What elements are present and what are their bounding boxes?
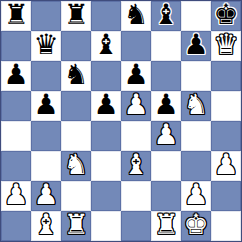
piece-black-pawn[interactable]: ♟: [183, 31, 208, 59]
piece-white-rook[interactable]: ♜: [153, 211, 178, 239]
square-e3[interactable]: ♝: [121, 151, 151, 181]
square-f6[interactable]: [151, 61, 181, 91]
piece-black-knight[interactable]: ♞: [63, 61, 88, 89]
piece-white-pawn[interactable]: ♟: [123, 91, 148, 119]
square-c3[interactable]: ♞: [61, 151, 91, 181]
square-h4[interactable]: [211, 121, 241, 151]
piece-black-pawn[interactable]: ♟: [3, 61, 28, 89]
square-g4[interactable]: [181, 121, 211, 151]
square-b4[interactable]: [31, 121, 61, 151]
chess-board: ♜♜♞♝♚♛♝♟♛♟♞♟♟♟♟♟♞♟♞♝♟♟♟♟♝♜♜♚: [0, 0, 242, 242]
piece-black-pawn[interactable]: ♟: [153, 91, 178, 119]
piece-white-bishop[interactable]: ♝: [33, 211, 58, 239]
square-g2[interactable]: ♟: [181, 181, 211, 211]
square-a1[interactable]: [1, 211, 31, 241]
square-g5[interactable]: ♞: [181, 91, 211, 121]
square-a2[interactable]: ♟: [1, 181, 31, 211]
square-b6[interactable]: [31, 61, 61, 91]
piece-black-pawn[interactable]: ♟: [93, 91, 118, 119]
piece-white-pawn[interactable]: ♟: [213, 151, 238, 179]
piece-white-pawn[interactable]: ♟: [183, 181, 208, 209]
piece-black-king[interactable]: ♚: [213, 1, 238, 29]
square-h6[interactable]: [211, 61, 241, 91]
square-g3[interactable]: [181, 151, 211, 181]
square-e7[interactable]: [121, 31, 151, 61]
square-d6[interactable]: [91, 61, 121, 91]
square-g8[interactable]: [181, 1, 211, 31]
square-f2[interactable]: [151, 181, 181, 211]
piece-white-rook[interactable]: ♜: [63, 211, 88, 239]
square-c6[interactable]: ♞: [61, 61, 91, 91]
piece-black-rook[interactable]: ♜: [63, 1, 88, 29]
piece-black-queen[interactable]: ♛: [33, 31, 58, 59]
square-d5[interactable]: ♟: [91, 91, 121, 121]
square-d8[interactable]: [91, 1, 121, 31]
piece-black-pawn[interactable]: ♟: [123, 61, 148, 89]
square-g1[interactable]: ♚: [181, 211, 211, 241]
square-h8[interactable]: ♚: [211, 1, 241, 31]
square-a7[interactable]: [1, 31, 31, 61]
square-h1[interactable]: [211, 211, 241, 241]
square-h2[interactable]: [211, 181, 241, 211]
square-f3[interactable]: [151, 151, 181, 181]
square-b1[interactable]: ♝: [31, 211, 61, 241]
square-f1[interactable]: ♜: [151, 211, 181, 241]
square-b2[interactable]: ♟: [31, 181, 61, 211]
square-h7[interactable]: ♛: [211, 31, 241, 61]
square-e2[interactable]: [121, 181, 151, 211]
square-a4[interactable]: [1, 121, 31, 151]
square-d4[interactable]: [91, 121, 121, 151]
square-c7[interactable]: [61, 31, 91, 61]
square-e4[interactable]: [121, 121, 151, 151]
square-a8[interactable]: ♜: [1, 1, 31, 31]
square-g7[interactable]: ♟: [181, 31, 211, 61]
piece-white-bishop[interactable]: ♝: [123, 151, 148, 179]
square-c2[interactable]: [61, 181, 91, 211]
square-a3[interactable]: [1, 151, 31, 181]
square-b8[interactable]: [31, 1, 61, 31]
square-a5[interactable]: [1, 91, 31, 121]
piece-white-pawn[interactable]: ♟: [3, 181, 28, 209]
piece-white-king[interactable]: ♚: [183, 211, 208, 239]
square-e5[interactable]: ♟: [121, 91, 151, 121]
piece-black-bishop[interactable]: ♝: [93, 31, 118, 59]
piece-white-pawn[interactable]: ♟: [33, 181, 58, 209]
piece-white-queen[interactable]: ♛: [213, 31, 238, 59]
piece-white-knight[interactable]: ♞: [63, 151, 88, 179]
piece-black-knight[interactable]: ♞: [123, 1, 148, 29]
piece-white-pawn[interactable]: ♟: [153, 121, 178, 149]
piece-black-rook[interactable]: ♜: [3, 1, 28, 29]
square-c8[interactable]: ♜: [61, 1, 91, 31]
square-a6[interactable]: ♟: [1, 61, 31, 91]
square-c4[interactable]: [61, 121, 91, 151]
square-h3[interactable]: ♟: [211, 151, 241, 181]
square-d2[interactable]: [91, 181, 121, 211]
square-f5[interactable]: ♟: [151, 91, 181, 121]
square-e1[interactable]: [121, 211, 151, 241]
square-c1[interactable]: ♜: [61, 211, 91, 241]
square-h5[interactable]: [211, 91, 241, 121]
square-b7[interactable]: ♛: [31, 31, 61, 61]
square-e6[interactable]: ♟: [121, 61, 151, 91]
square-b5[interactable]: ♟: [31, 91, 61, 121]
piece-black-pawn[interactable]: ♟: [33, 91, 58, 119]
square-d3[interactable]: [91, 151, 121, 181]
square-f4[interactable]: ♟: [151, 121, 181, 151]
square-d7[interactable]: ♝: [91, 31, 121, 61]
square-f8[interactable]: ♝: [151, 1, 181, 31]
square-b3[interactable]: [31, 151, 61, 181]
square-d1[interactable]: [91, 211, 121, 241]
piece-black-bishop[interactable]: ♝: [153, 1, 178, 29]
square-c5[interactable]: [61, 91, 91, 121]
square-g6[interactable]: [181, 61, 211, 91]
piece-white-knight[interactable]: ♞: [183, 91, 208, 119]
square-e8[interactable]: ♞: [121, 1, 151, 31]
square-f7[interactable]: [151, 31, 181, 61]
